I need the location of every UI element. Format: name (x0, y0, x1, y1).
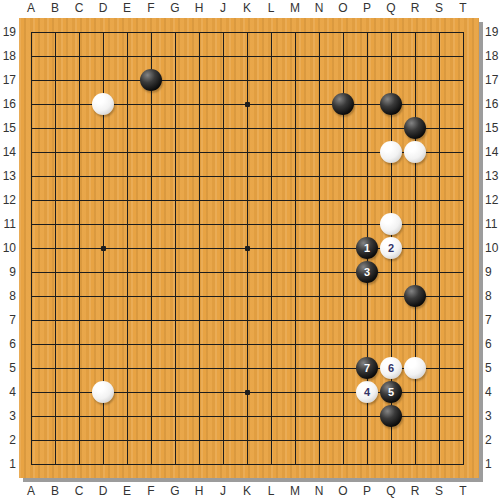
grid-line (31, 344, 464, 345)
coordinate-label: 19 (0, 20, 16, 44)
black-stone-Q4[interactable]: 5 (380, 381, 402, 403)
coordinate-label: B (43, 484, 67, 498)
black-stone-O16[interactable] (332, 93, 354, 115)
black-stone-P5[interactable]: 7 (356, 357, 378, 379)
coordinate-label: A (19, 484, 43, 498)
coordinate-label: N (307, 1, 331, 15)
star-point (101, 246, 106, 251)
coordinate-label: E (115, 484, 139, 498)
coordinate-label: E (115, 1, 139, 15)
grid-line (271, 32, 272, 465)
coordinate-label: 6 (485, 332, 500, 356)
coordinate-label: Q (379, 484, 403, 498)
coordinate-label: 3 (485, 404, 500, 428)
coordinate-label: 3 (0, 404, 16, 428)
black-stone-P10[interactable]: 1 (356, 237, 378, 259)
coordinate-label: L (259, 484, 283, 498)
star-point (245, 102, 250, 107)
go-diagram-page: { "game": "go", "board": { "size": 19, "… (0, 0, 500, 500)
coordinate-label: 14 (485, 140, 500, 164)
coordinate-label: S (427, 1, 451, 15)
grid-line (463, 32, 464, 465)
white-stone-P4[interactable]: 4 (356, 381, 378, 403)
grid-line (31, 320, 464, 321)
coordinate-label: 12 (0, 188, 16, 212)
coordinate-label: 2 (0, 428, 16, 452)
coordinate-label: Q (379, 1, 403, 15)
black-stone-R8[interactable] (404, 285, 426, 307)
coordinate-label: A (19, 1, 43, 15)
grid-line (319, 32, 320, 465)
white-stone-D4[interactable] (92, 381, 114, 403)
coordinate-label: 4 (0, 380, 16, 404)
black-stone-P9[interactable]: 3 (356, 261, 378, 283)
coordinate-label: 7 (485, 308, 500, 332)
coordinate-label: 8 (485, 284, 500, 308)
black-stone-Q16[interactable] (380, 93, 402, 115)
coordinate-label: N (307, 484, 331, 498)
coordinate-label: O (331, 1, 355, 15)
coordinate-label: 8 (0, 284, 16, 308)
coordinate-label: B (43, 1, 67, 15)
grid-line (31, 464, 464, 465)
white-stone-R5[interactable] (404, 357, 426, 379)
white-stone-D16[interactable] (92, 93, 114, 115)
coordinate-label: 5 (0, 356, 16, 380)
coordinate-label: P (355, 484, 379, 498)
grid-line (31, 296, 464, 297)
coordinate-label: 2 (485, 428, 500, 452)
coordinate-label: M (283, 484, 307, 498)
coordinate-label: T (451, 1, 475, 15)
coordinate-label: 11 (485, 212, 500, 236)
coordinate-label: 18 (0, 44, 16, 68)
coordinate-label: 5 (485, 356, 500, 380)
coordinate-label: 15 (485, 116, 500, 140)
coordinate-label: D (91, 1, 115, 15)
star-point (245, 390, 250, 395)
coordinate-label: 12 (485, 188, 500, 212)
coordinate-label: 11 (0, 212, 16, 236)
grid-line (31, 440, 464, 441)
coordinate-label: 9 (0, 260, 16, 284)
coordinate-label: P (355, 1, 379, 15)
coordinate-label: 4 (485, 380, 500, 404)
white-stone-Q10[interactable]: 2 (380, 237, 402, 259)
right-coordinate-numbers: 19181716151413121110987654321 (485, 20, 500, 476)
coordinate-label: 1 (485, 452, 500, 476)
coordinate-label: S (427, 484, 451, 498)
coordinate-label: J (211, 1, 235, 15)
coordinate-label: 7 (0, 308, 16, 332)
coordinate-label: G (163, 484, 187, 498)
coordinate-label: 13 (485, 164, 500, 188)
grid-line (295, 32, 296, 465)
left-coordinate-numbers: 19181716151413121110987654321 (0, 20, 16, 476)
coordinate-label: 16 (485, 92, 500, 116)
grid-line (415, 32, 416, 465)
coordinate-label: R (403, 484, 427, 498)
black-stone-F17[interactable] (140, 69, 162, 91)
coordinate-label: H (187, 1, 211, 15)
coordinate-label: 14 (0, 140, 16, 164)
coordinate-label: 19 (485, 20, 500, 44)
star-point (245, 246, 250, 251)
go-board[interactable]: 1234567 (19, 18, 479, 478)
coordinate-label: T (451, 484, 475, 498)
coordinate-label: 9 (485, 260, 500, 284)
coordinate-label: 13 (0, 164, 16, 188)
black-stone-R15[interactable] (404, 117, 426, 139)
white-stone-Q11[interactable] (380, 213, 402, 235)
coordinate-label: 10 (485, 236, 500, 260)
coordinate-label: 10 (0, 236, 16, 260)
grid-line (31, 272, 464, 273)
coordinate-label: G (163, 1, 187, 15)
coordinate-label: 17 (485, 68, 500, 92)
bottom-coordinate-letters: ABCDEFGHJKLMNOPQRST (19, 484, 479, 498)
grid-line (439, 32, 440, 465)
coordinate-label: 1 (0, 452, 16, 476)
coordinate-label: R (403, 1, 427, 15)
top-coordinate-letters: ABCDEFGHJKLMNOPQRST (19, 1, 479, 15)
coordinate-label: F (139, 484, 163, 498)
coordinate-label: J (211, 484, 235, 498)
coordinate-label: K (235, 484, 259, 498)
coordinate-label: O (331, 484, 355, 498)
coordinate-label: C (67, 484, 91, 498)
coordinate-label: M (283, 1, 307, 15)
white-stone-Q14[interactable] (380, 141, 402, 163)
coordinate-label: L (259, 1, 283, 15)
black-stone-Q3[interactable] (380, 405, 402, 427)
coordinate-label: C (67, 1, 91, 15)
coordinate-label: 17 (0, 68, 16, 92)
coordinate-label: 6 (0, 332, 16, 356)
coordinate-label: F (139, 1, 163, 15)
coordinate-label: 15 (0, 116, 16, 140)
white-stone-R14[interactable] (404, 141, 426, 163)
coordinate-label: 16 (0, 92, 16, 116)
coordinate-label: K (235, 1, 259, 15)
coordinate-label: D (91, 484, 115, 498)
white-stone-Q5[interactable]: 6 (380, 357, 402, 379)
coordinate-label: H (187, 484, 211, 498)
coordinate-label: 18 (485, 44, 500, 68)
